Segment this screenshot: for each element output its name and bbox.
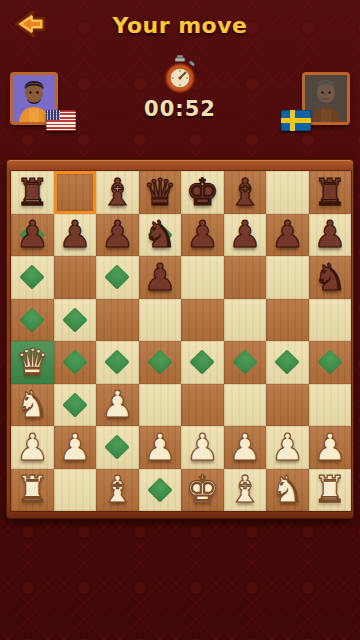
square-g4[interactable] [266, 341, 309, 384]
black-pawn[interactable]: ♟ [16, 216, 49, 253]
square-h2[interactable]: ♟ [309, 426, 352, 469]
square-b6[interactable] [54, 256, 97, 299]
square-g6[interactable] [266, 256, 309, 299]
square-d1[interactable] [139, 469, 182, 512]
square-e3[interactable] [181, 384, 224, 427]
move-target-diamond[interactable] [62, 350, 87, 375]
square-b7[interactable]: ♟ [54, 214, 97, 257]
square-c7[interactable]: ♟ [96, 214, 139, 257]
square-f3[interactable] [224, 384, 267, 427]
square-b5[interactable] [54, 299, 97, 342]
square-e5[interactable] [181, 299, 224, 342]
square-h1[interactable]: ♜ [309, 469, 352, 512]
move-target-diamond[interactable] [105, 265, 130, 290]
white-bishop[interactable]: ♝ [228, 471, 261, 508]
square-f1[interactable]: ♝ [224, 469, 267, 512]
square-b2[interactable]: ♟ [54, 426, 97, 469]
white-knight[interactable]: ♞ [16, 386, 49, 423]
square-d7[interactable]: ♞ [139, 214, 182, 257]
square-b4[interactable] [54, 341, 97, 384]
square-d3[interactable] [139, 384, 182, 427]
square-g2[interactable]: ♟ [266, 426, 309, 469]
square-c6[interactable] [96, 256, 139, 299]
black-pawn[interactable]: ♟ [313, 216, 346, 253]
square-f4[interactable] [224, 341, 267, 384]
white-pawn[interactable]: ♟ [186, 429, 219, 466]
square-g3[interactable] [266, 384, 309, 427]
black-pawn[interactable]: ♟ [58, 216, 91, 253]
square-f6[interactable] [224, 256, 267, 299]
move-target-diamond[interactable] [62, 392, 87, 417]
square-f5[interactable] [224, 299, 267, 342]
square-g7[interactable]: ♟ [266, 214, 309, 257]
move-target-diamond[interactable] [232, 350, 257, 375]
black-pawn[interactable]: ♟ [143, 259, 176, 296]
square-e2[interactable]: ♟ [181, 426, 224, 469]
square-b3[interactable] [54, 384, 97, 427]
square-g5[interactable] [266, 299, 309, 342]
square-f8[interactable]: ♝ [224, 171, 267, 214]
square-d6[interactable]: ♟ [139, 256, 182, 299]
square-h5[interactable] [309, 299, 352, 342]
move-target-diamond[interactable] [275, 350, 300, 375]
square-a4[interactable]: ♛ [11, 341, 54, 384]
white-king[interactable]: ♚ [186, 471, 219, 508]
square-c3[interactable]: ♟ [96, 384, 139, 427]
square-a6[interactable] [11, 256, 54, 299]
black-bishop[interactable]: ♝ [228, 174, 261, 211]
move-target-diamond[interactable] [147, 350, 172, 375]
square-e7[interactable]: ♟ [181, 214, 224, 257]
black-bishop[interactable]: ♝ [101, 174, 134, 211]
page-title: Your move [0, 13, 360, 38]
square-d4[interactable] [139, 341, 182, 384]
black-knight[interactable]: ♞ [313, 259, 346, 296]
square-a2[interactable]: ♟ [11, 426, 54, 469]
chess-board[interactable]: ♜♝♛♚♝♜♟♟♟♞♟♟♟♟♟♞♛♞♟♟♟♟♟♟♟♟♜♝♚♝♞♜ [11, 171, 351, 511]
square-d5[interactable] [139, 299, 182, 342]
clock-value: 00:52 [0, 97, 360, 121]
square-c8[interactable]: ♝ [96, 171, 139, 214]
square-c2[interactable] [96, 426, 139, 469]
white-rook[interactable]: ♜ [313, 471, 346, 508]
square-d2[interactable]: ♟ [139, 426, 182, 469]
square-d8[interactable]: ♛ [139, 171, 182, 214]
white-rook[interactable]: ♜ [16, 471, 49, 508]
square-c5[interactable] [96, 299, 139, 342]
white-pawn[interactable]: ♟ [58, 429, 91, 466]
square-g1[interactable]: ♞ [266, 469, 309, 512]
square-a7[interactable]: ♟ [11, 214, 54, 257]
square-h7[interactable]: ♟ [309, 214, 352, 257]
move-target-diamond[interactable] [147, 477, 172, 502]
black-pawn[interactable]: ♟ [271, 216, 304, 253]
square-b1[interactable] [54, 469, 97, 512]
square-h6[interactable]: ♞ [309, 256, 352, 299]
square-g8[interactable] [266, 171, 309, 214]
move-target-diamond[interactable] [20, 265, 45, 290]
move-target-diamond[interactable] [190, 350, 215, 375]
square-a5[interactable] [11, 299, 54, 342]
move-target-diamond[interactable] [20, 307, 45, 332]
white-pawn[interactable]: ♟ [228, 429, 261, 466]
square-f7[interactable]: ♟ [224, 214, 267, 257]
black-rook[interactable]: ♜ [16, 174, 49, 211]
move-target-diamond[interactable] [105, 435, 130, 460]
move-target-diamond[interactable] [105, 350, 130, 375]
black-pawn[interactable]: ♟ [228, 216, 261, 253]
black-pawn[interactable]: ♟ [186, 216, 219, 253]
move-target-diamond[interactable] [317, 350, 342, 375]
stopwatch-icon [163, 55, 197, 96]
white-pawn[interactable]: ♟ [101, 386, 134, 423]
black-king[interactable]: ♚ [186, 174, 219, 211]
move-target-diamond[interactable] [62, 307, 87, 332]
black-pawn[interactable]: ♟ [101, 216, 134, 253]
white-pawn[interactable]: ♟ [313, 429, 346, 466]
white-pawn[interactable]: ♟ [143, 429, 176, 466]
square-e6[interactable] [181, 256, 224, 299]
chess-board-frame: ♜♝♛♚♝♜♟♟♟♞♟♟♟♟♟♞♛♞♟♟♟♟♟♟♟♟♜♝♚♝♞♜ [6, 159, 354, 519]
square-h8[interactable]: ♜ [309, 171, 352, 214]
square-e8[interactable]: ♚ [181, 171, 224, 214]
white-knight[interactable]: ♞ [271, 471, 304, 508]
black-queen[interactable]: ♛ [143, 174, 176, 211]
square-c1[interactable]: ♝ [96, 469, 139, 512]
white-pawn[interactable]: ♟ [16, 429, 49, 466]
square-f2[interactable]: ♟ [224, 426, 267, 469]
square-a1[interactable]: ♜ [11, 469, 54, 512]
square-b8[interactable] [54, 171, 97, 214]
black-rook[interactable]: ♜ [313, 174, 346, 211]
white-bishop[interactable]: ♝ [101, 471, 134, 508]
square-e4[interactable] [181, 341, 224, 384]
white-queen[interactable]: ♛ [16, 344, 49, 381]
square-h4[interactable] [309, 341, 352, 384]
black-knight[interactable]: ♞ [143, 216, 176, 253]
screen: { "game": "chess", "header": { "title": … [0, 0, 360, 640]
square-h3[interactable] [309, 384, 352, 427]
white-pawn[interactable]: ♟ [271, 429, 304, 466]
square-a3[interactable]: ♞ [11, 384, 54, 427]
square-a8[interactable]: ♜ [11, 171, 54, 214]
square-c4[interactable] [96, 341, 139, 384]
square-e1[interactable]: ♚ [181, 469, 224, 512]
